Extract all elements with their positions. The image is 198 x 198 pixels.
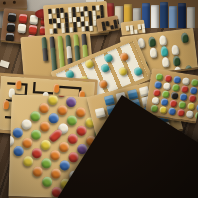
green-bead: [197, 96, 198, 104]
red-bead: [169, 99, 177, 107]
cream-bead: [185, 110, 193, 118]
red-cyl: [28, 25, 37, 35]
red-cyl: [18, 14, 27, 24]
blue-bead: [173, 76, 181, 84]
orange-mpawn: [53, 84, 60, 93]
dark-green-pawn: [173, 56, 181, 67]
cream-bead: [151, 97, 159, 105]
red-bead: [164, 74, 172, 82]
black-cyl: [7, 23, 16, 33]
green-bead: [161, 90, 169, 98]
red-bead: [180, 85, 188, 93]
green-bead: [190, 79, 198, 87]
blue-bead: [160, 98, 168, 106]
cream-bead: [181, 77, 189, 85]
cream-tile: [68, 17, 71, 22]
dark-green-pawn: [181, 32, 189, 43]
cream-pawn: [162, 57, 170, 68]
cream-tile: [84, 11, 87, 16]
cream-tile: [76, 7, 79, 12]
green-bead: [150, 104, 158, 112]
cream-pawn: [159, 35, 167, 46]
cream-pawn: [171, 45, 179, 56]
cream-tile: [77, 22, 80, 27]
black-tile: [57, 23, 60, 28]
cream-tile: [137, 24, 141, 29]
blue-bead: [189, 86, 197, 94]
cream-pawn: [149, 47, 157, 58]
cream-cyl: [17, 24, 26, 34]
green-bead: [171, 84, 179, 92]
red-bead: [188, 94, 196, 102]
cream-tile: [96, 5, 99, 10]
black-tile: [105, 21, 109, 26]
cream-cube: [95, 107, 106, 118]
black-tile: [53, 28, 56, 33]
green-bead: [178, 101, 186, 109]
peg-hole: [13, 1, 16, 4]
red-bead: [176, 109, 184, 117]
yellow-bead: [159, 106, 167, 114]
black-tile: [48, 19, 51, 24]
blue-bead: [195, 104, 198, 112]
dark-green-pawn: [148, 36, 156, 47]
game-table-photo: [0, 0, 198, 198]
blue-bead: [154, 81, 162, 89]
blue-bead: [179, 93, 187, 101]
red-bead: [152, 89, 160, 97]
cream-tile: [60, 13, 63, 18]
peg-hole: [3, 1, 6, 4]
black-tile: [102, 27, 106, 32]
black-cyl: [8, 13, 17, 23]
green-bead: [155, 73, 163, 81]
cream-tile: [49, 29, 52, 34]
blue-bead: [168, 107, 176, 115]
cream-tile: [89, 26, 92, 31]
cream-tile: [52, 8, 55, 13]
black-cyl: [5, 32, 14, 42]
teal-pawn: [160, 46, 168, 57]
cream-bead: [162, 82, 170, 90]
orange-mpawn: [2, 100, 9, 109]
black-bottle: [42, 48, 48, 61]
yellow-bead: [187, 102, 195, 110]
cream-tile: [125, 26, 129, 31]
black-tile: [114, 25, 118, 30]
black-bead: [170, 92, 178, 100]
